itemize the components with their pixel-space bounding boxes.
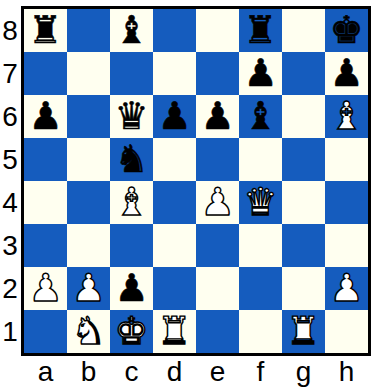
piece-black-pawn: ♟ — [28, 95, 62, 138]
square-f8[interactable]: ♜ — [239, 9, 282, 52]
file-label-c: c — [110, 356, 153, 388]
square-d2[interactable] — [153, 267, 196, 310]
square-h2[interactable]: ♟ — [325, 267, 368, 310]
file-label-a: a — [24, 356, 67, 388]
square-e8[interactable] — [196, 9, 239, 52]
piece-white-pawn: ♟ — [329, 267, 363, 310]
rank-label-3: 3 — [0, 224, 20, 267]
square-b6[interactable] — [67, 95, 110, 138]
square-c3[interactable] — [110, 224, 153, 267]
square-f5[interactable] — [239, 138, 282, 181]
piece-black-pawn: ♟ — [114, 267, 148, 310]
piece-white-rook: ♜ — [157, 310, 191, 353]
piece-white-queen: ♛ — [243, 181, 277, 224]
square-f7[interactable]: ♟ — [239, 52, 282, 95]
square-f4[interactable]: ♛ — [239, 181, 282, 224]
file-label-h: h — [325, 356, 368, 388]
file-label-e: e — [196, 356, 239, 388]
square-a4[interactable] — [24, 181, 67, 224]
square-g8[interactable] — [282, 9, 325, 52]
piece-black-rook: ♜ — [28, 9, 62, 52]
piece-black-rook: ♜ — [243, 9, 277, 52]
square-e6[interactable]: ♟ — [196, 95, 239, 138]
piece-black-knight: ♞ — [114, 138, 148, 181]
square-e4[interactable]: ♟ — [196, 181, 239, 224]
piece-white-bishop: ♝ — [114, 181, 148, 224]
square-g6[interactable] — [282, 95, 325, 138]
square-a2[interactable]: ♟ — [24, 267, 67, 310]
square-b8[interactable] — [67, 9, 110, 52]
square-e2[interactable] — [196, 267, 239, 310]
square-h6[interactable]: ♝ — [325, 95, 368, 138]
square-c6[interactable]: ♛ — [110, 95, 153, 138]
file-labels: abcdefgh — [24, 356, 368, 388]
square-c5[interactable]: ♞ — [110, 138, 153, 181]
piece-white-rook: ♜ — [286, 310, 320, 353]
square-c1[interactable]: ♚ — [110, 310, 153, 353]
square-h5[interactable] — [325, 138, 368, 181]
square-d1[interactable]: ♜ — [153, 310, 196, 353]
board-frame: ♜♝♜♚♟♟♟♛♟♟♝♝♞♝♟♛♟♟♟♟♞♚♜♜ — [21, 6, 371, 356]
chess-board: ♜♝♜♚♟♟♟♛♟♟♝♝♞♝♟♛♟♟♟♟♞♚♜♜ — [24, 9, 368, 353]
piece-black-pawn: ♟ — [243, 52, 277, 95]
rank-label-6: 6 — [0, 95, 20, 138]
square-b2[interactable]: ♟ — [67, 267, 110, 310]
piece-white-king: ♚ — [114, 310, 148, 353]
square-d7[interactable] — [153, 52, 196, 95]
square-h8[interactable]: ♚ — [325, 9, 368, 52]
square-g1[interactable]: ♜ — [282, 310, 325, 353]
square-b3[interactable] — [67, 224, 110, 267]
square-b4[interactable] — [67, 181, 110, 224]
piece-white-pawn: ♟ — [71, 267, 105, 310]
square-g3[interactable] — [282, 224, 325, 267]
square-h1[interactable] — [325, 310, 368, 353]
square-c4[interactable]: ♝ — [110, 181, 153, 224]
square-a8[interactable]: ♜ — [24, 9, 67, 52]
square-g2[interactable] — [282, 267, 325, 310]
piece-white-knight: ♞ — [71, 310, 105, 353]
square-f2[interactable] — [239, 267, 282, 310]
square-g5[interactable] — [282, 138, 325, 181]
square-f6[interactable]: ♝ — [239, 95, 282, 138]
square-a5[interactable] — [24, 138, 67, 181]
rank-label-2: 2 — [0, 267, 20, 310]
square-e5[interactable] — [196, 138, 239, 181]
square-h3[interactable] — [325, 224, 368, 267]
rank-label-8: 8 — [0, 9, 20, 52]
file-label-b: b — [67, 356, 110, 388]
piece-black-pawn: ♟ — [200, 95, 234, 138]
square-h7[interactable]: ♟ — [325, 52, 368, 95]
square-g7[interactable] — [282, 52, 325, 95]
square-f1[interactable] — [239, 310, 282, 353]
square-a1[interactable] — [24, 310, 67, 353]
square-c8[interactable]: ♝ — [110, 9, 153, 52]
square-a3[interactable] — [24, 224, 67, 267]
square-e1[interactable] — [196, 310, 239, 353]
square-d8[interactable] — [153, 9, 196, 52]
square-e7[interactable] — [196, 52, 239, 95]
rank-label-1: 1 — [0, 310, 20, 353]
piece-white-pawn: ♟ — [200, 181, 234, 224]
square-a6[interactable]: ♟ — [24, 95, 67, 138]
square-b1[interactable]: ♞ — [67, 310, 110, 353]
square-c2[interactable]: ♟ — [110, 267, 153, 310]
square-b7[interactable] — [67, 52, 110, 95]
square-b5[interactable] — [67, 138, 110, 181]
rank-label-4: 4 — [0, 181, 20, 224]
piece-white-pawn: ♟ — [28, 267, 62, 310]
file-label-g: g — [282, 356, 325, 388]
file-label-f: f — [239, 356, 282, 388]
square-h4[interactable] — [325, 181, 368, 224]
square-d6[interactable]: ♟ — [153, 95, 196, 138]
square-d5[interactable] — [153, 138, 196, 181]
square-d3[interactable] — [153, 224, 196, 267]
square-f3[interactable] — [239, 224, 282, 267]
file-label-d: d — [153, 356, 196, 388]
square-g4[interactable] — [282, 181, 325, 224]
piece-white-bishop: ♝ — [329, 95, 363, 138]
rank-label-7: 7 — [0, 52, 20, 95]
piece-black-bishop: ♝ — [114, 9, 148, 52]
piece-black-pawn: ♟ — [157, 95, 191, 138]
piece-black-bishop: ♝ — [243, 95, 277, 138]
rank-label-5: 5 — [0, 138, 20, 181]
piece-black-queen: ♛ — [114, 95, 148, 138]
rank-labels: 87654321 — [0, 9, 21, 353]
piece-black-king: ♚ — [329, 9, 363, 52]
square-c7[interactable] — [110, 52, 153, 95]
square-e3[interactable] — [196, 224, 239, 267]
square-d4[interactable] — [153, 181, 196, 224]
piece-black-pawn: ♟ — [329, 52, 363, 95]
square-a7[interactable] — [24, 52, 67, 95]
